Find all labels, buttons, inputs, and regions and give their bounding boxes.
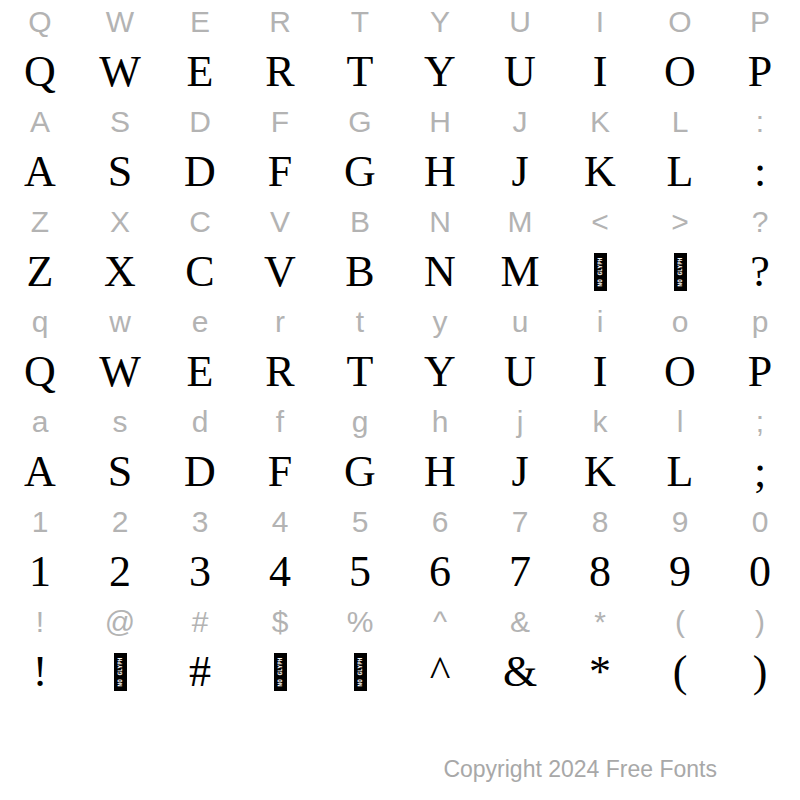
font-glyph-char: K — [560, 444, 640, 500]
keyboard-key-char: G — [320, 100, 400, 144]
keyboard-key-char: y — [400, 300, 480, 344]
font-glyph-char: N — [400, 244, 480, 300]
keyboard-key-char: T — [320, 0, 400, 44]
font-glyph-char: P — [720, 44, 800, 100]
font-glyph-row-2: ASDFGHJKL: — [0, 144, 800, 200]
keyboard-key-char: r — [240, 300, 320, 344]
font-glyph-char: I — [560, 344, 640, 400]
keyboard-key-row-7: !@#$%^&*() — [0, 600, 800, 644]
font-glyph-char: W — [80, 44, 160, 100]
keyboard-key-char: Q — [0, 0, 80, 44]
font-glyph-char: G — [320, 144, 400, 200]
font-glyph-char: 4 — [240, 544, 320, 600]
keyboard-key-char: V — [240, 200, 320, 244]
keyboard-key-char: B — [320, 200, 400, 244]
font-glyph-char: A — [0, 144, 80, 200]
font-glyph-char: K — [560, 144, 640, 200]
keyboard-key-char: > — [640, 200, 720, 244]
font-glyph-char: Z — [0, 244, 80, 300]
font-glyph-char: S — [80, 444, 160, 500]
keyboard-key-char: a — [0, 400, 80, 444]
font-glyph-char: M — [480, 244, 560, 300]
font-glyph-char: ; — [720, 444, 800, 500]
font-glyph-char: ! — [0, 644, 80, 700]
font-glyph-char: ? — [720, 244, 800, 300]
keyboard-key-char: W — [80, 0, 160, 44]
font-glyph-row-3: ZXCVBNMNO GLYPHNO GLYPH? — [0, 244, 800, 300]
font-glyph-char: E — [160, 44, 240, 100]
font-glyph-char: 8 — [560, 544, 640, 600]
keyboard-key-char: J — [480, 100, 560, 144]
font-glyph-char: & — [480, 644, 560, 700]
keyboard-key-char: g — [320, 400, 400, 444]
keyboard-key-char: C — [160, 200, 240, 244]
keyboard-key-char: N — [400, 200, 480, 244]
font-glyph-char: Q — [0, 344, 80, 400]
missing-glyph-box: NO GLYPH — [114, 653, 127, 691]
keyboard-key-char: & — [480, 600, 560, 644]
keyboard-key-char: j — [480, 400, 560, 444]
font-glyph-char: Y — [400, 44, 480, 100]
keyboard-key-char: q — [0, 300, 80, 344]
font-glyph-char: ^ — [400, 644, 480, 700]
font-glyph-char: ( — [640, 644, 720, 700]
font-glyph-char: U — [480, 44, 560, 100]
keyboard-key-char: 8 — [560, 500, 640, 544]
font-glyph-char: H — [400, 144, 480, 200]
keyboard-key-char: p — [720, 300, 800, 344]
keyboard-key-char: 0 — [720, 500, 800, 544]
keyboard-key-char: 7 — [480, 500, 560, 544]
font-glyph-char: 0 — [720, 544, 800, 600]
keyboard-key-char: % — [320, 600, 400, 644]
font-glyph-char: L — [640, 444, 720, 500]
keyboard-key-char: t — [320, 300, 400, 344]
missing-glyph-cell: NO GLYPH — [320, 644, 400, 700]
keyboard-key-char: E — [160, 0, 240, 44]
missing-glyph-box: NO GLYPH — [674, 253, 687, 291]
font-glyph-char: U — [480, 344, 560, 400]
font-glyph-row-7: !NO GLYPH#NO GLYPHNO GLYPH^&*() — [0, 644, 800, 700]
keyboard-key-char: Y — [400, 0, 480, 44]
keyboard-key-char: : — [720, 100, 800, 144]
keyboard-key-char: * — [560, 600, 640, 644]
keyboard-key-char: 6 — [400, 500, 480, 544]
missing-glyph-cell: NO GLYPH — [560, 244, 640, 300]
keyboard-key-char: H — [400, 100, 480, 144]
keyboard-key-char: D — [160, 100, 240, 144]
row-pair-1: QWERTYUIOP QWERTYUIOP — [0, 0, 800, 100]
keyboard-key-char: l — [640, 400, 720, 444]
keyboard-key-char: P — [720, 0, 800, 44]
font-glyph-char: W — [80, 344, 160, 400]
keyboard-key-char: L — [640, 100, 720, 144]
keyboard-key-char: < — [560, 200, 640, 244]
keyboard-key-char: d — [160, 400, 240, 444]
row-pair-3: ZXCVBNM<>? ZXCVBNMNO GLYPHNO GLYPH? — [0, 200, 800, 300]
font-glyph-char: Y — [400, 344, 480, 400]
font-glyph-char: 3 — [160, 544, 240, 600]
missing-glyph-label: NO GLYPH — [277, 658, 283, 687]
keyboard-key-char: X — [80, 200, 160, 244]
missing-glyph-label: NO GLYPH — [357, 658, 363, 687]
keyboard-key-char: A — [0, 100, 80, 144]
keyboard-key-char: O — [640, 0, 720, 44]
keyboard-key-row-3: ZXCVBNM<>? — [0, 200, 800, 244]
keyboard-key-char: f — [240, 400, 320, 444]
font-glyph-char: 9 — [640, 544, 720, 600]
keyboard-key-char: S — [80, 100, 160, 144]
font-glyph-char: O — [640, 344, 720, 400]
font-glyph-char: 7 — [480, 544, 560, 600]
keyboard-key-char: h — [400, 400, 480, 444]
font-glyph-char: 5 — [320, 544, 400, 600]
keyboard-key-char: F — [240, 100, 320, 144]
font-glyph-char: : — [720, 144, 800, 200]
keyboard-key-char: K — [560, 100, 640, 144]
keyboard-key-char: R — [240, 0, 320, 44]
keyboard-key-char: @ — [80, 600, 160, 644]
font-character-map-sheet: QWERTYUIOP QWERTYUIOP ASDFGHJKL: ASDFGHJ… — [0, 0, 800, 800]
keyboard-key-char: e — [160, 300, 240, 344]
keyboard-key-char: ? — [720, 200, 800, 244]
font-glyph-char: L — [640, 144, 720, 200]
font-glyph-char: F — [240, 144, 320, 200]
font-glyph-char: E — [160, 344, 240, 400]
keyboard-key-char: ! — [0, 600, 80, 644]
missing-glyph-cell: NO GLYPH — [240, 644, 320, 700]
font-glyph-char: H — [400, 444, 480, 500]
font-glyph-char: F — [240, 444, 320, 500]
missing-glyph-label: NO GLYPH — [117, 658, 123, 687]
font-glyph-char: V — [240, 244, 320, 300]
keyboard-key-char: 4 — [240, 500, 320, 544]
copyright-watermark: Copyright 2024 Free Fonts — [443, 756, 717, 783]
missing-glyph-box: NO GLYPH — [594, 253, 607, 291]
font-glyph-char: D — [160, 144, 240, 200]
keyboard-key-char: s — [80, 400, 160, 444]
missing-glyph-label: NO GLYPH — [597, 258, 603, 287]
keyboard-key-row-6: 1234567890 — [0, 500, 800, 544]
keyboard-key-char: U — [480, 0, 560, 44]
font-glyph-char: 6 — [400, 544, 480, 600]
keyboard-key-char: M — [480, 200, 560, 244]
font-glyph-char: T — [320, 44, 400, 100]
row-pair-4: qwertyuiop QWERTYUIOP — [0, 300, 800, 400]
font-glyph-char: ) — [720, 644, 800, 700]
font-glyph-char: P — [720, 344, 800, 400]
keyboard-key-char: w — [80, 300, 160, 344]
keyboard-key-char: 5 — [320, 500, 400, 544]
row-pair-5: asdfghjkl; ASDFGHJKL; — [0, 400, 800, 500]
keyboard-key-char: 9 — [640, 500, 720, 544]
font-glyph-char: T — [320, 344, 400, 400]
keyboard-key-char: ; — [720, 400, 800, 444]
keyboard-key-char: u — [480, 300, 560, 344]
font-glyph-char: S — [80, 144, 160, 200]
font-glyph-char: 1 — [0, 544, 80, 600]
font-glyph-char: X — [80, 244, 160, 300]
keyboard-key-row-4: qwertyuiop — [0, 300, 800, 344]
font-glyph-char: 2 — [80, 544, 160, 600]
keyboard-key-char: 1 — [0, 500, 80, 544]
keyboard-key-char: Z — [0, 200, 80, 244]
missing-glyph-box: NO GLYPH — [354, 653, 367, 691]
font-glyph-row-1: QWERTYUIOP — [0, 44, 800, 100]
font-glyph-char: J — [480, 144, 560, 200]
keyboard-key-char: k — [560, 400, 640, 444]
missing-glyph-box: NO GLYPH — [274, 653, 287, 691]
font-glyph-row-6: 1234567890 — [0, 544, 800, 600]
keyboard-key-char: o — [640, 300, 720, 344]
font-glyph-char: R — [240, 44, 320, 100]
keyboard-key-char: 3 — [160, 500, 240, 544]
font-glyph-char: G — [320, 444, 400, 500]
font-glyph-char: A — [0, 444, 80, 500]
missing-glyph-cell: NO GLYPH — [80, 644, 160, 700]
font-glyph-char: I — [560, 44, 640, 100]
keyboard-key-row-5: asdfghjkl; — [0, 400, 800, 444]
keyboard-key-char: ) — [720, 600, 800, 644]
font-glyph-char: Q — [0, 44, 80, 100]
font-glyph-row-5: ASDFGHJKL; — [0, 444, 800, 500]
missing-glyph-label: NO GLYPH — [677, 258, 683, 287]
keyboard-key-row-2: ASDFGHJKL: — [0, 100, 800, 144]
font-glyph-row-4: QWERTYUIOP — [0, 344, 800, 400]
keyboard-key-char: ^ — [400, 600, 480, 644]
keyboard-key-char: ( — [640, 600, 720, 644]
keyboard-key-char: $ — [240, 600, 320, 644]
row-pair-7: !@#$%^&*() !NO GLYPH#NO GLYPHNO GLYPH^&*… — [0, 600, 800, 700]
font-glyph-char: # — [160, 644, 240, 700]
keyboard-key-char: 2 — [80, 500, 160, 544]
keyboard-key-row-1: QWERTYUIOP — [0, 0, 800, 44]
row-pair-6: 1234567890 1234567890 — [0, 500, 800, 600]
font-glyph-char: O — [640, 44, 720, 100]
font-glyph-char: J — [480, 444, 560, 500]
keyboard-key-char: # — [160, 600, 240, 644]
missing-glyph-cell: NO GLYPH — [640, 244, 720, 300]
font-glyph-char: C — [160, 244, 240, 300]
font-glyph-char: * — [560, 644, 640, 700]
font-glyph-char: B — [320, 244, 400, 300]
font-glyph-char: D — [160, 444, 240, 500]
row-pair-2: ASDFGHJKL: ASDFGHJKL: — [0, 100, 800, 200]
keyboard-key-char: i — [560, 300, 640, 344]
keyboard-key-char: I — [560, 0, 640, 44]
font-glyph-char: R — [240, 344, 320, 400]
